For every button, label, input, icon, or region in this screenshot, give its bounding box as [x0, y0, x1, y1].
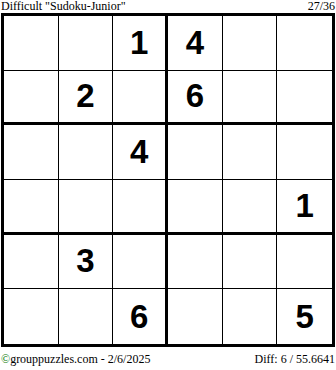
cell-r2c1-empty[interactable]	[4, 71, 59, 126]
cell-r6c3-given[interactable]: 6	[113, 289, 168, 344]
cell-r5c1-empty[interactable]	[4, 235, 59, 290]
cell-r2c5-empty[interactable]	[223, 71, 278, 126]
cell-r4c6-given[interactable]: 1	[277, 180, 332, 235]
cell-r2c3-empty[interactable]	[113, 71, 168, 126]
cell-r6c1-empty[interactable]	[4, 289, 59, 344]
cell-r1c4-given[interactable]: 4	[168, 16, 223, 71]
header: Difficult "Sudoku-Junior" 27/36	[0, 0, 336, 13]
cell-r1c5-empty[interactable]	[223, 16, 278, 71]
cell-r4c2-empty[interactable]	[59, 180, 114, 235]
cell-r4c5-empty[interactable]	[223, 180, 278, 235]
cell-r4c1-empty[interactable]	[4, 180, 59, 235]
puzzle-title: Difficult "Sudoku-Junior"	[1, 0, 126, 13]
cell-r5c2-given[interactable]: 3	[59, 235, 114, 290]
footer-left: ©grouppuzzles.com - 2/6/2025	[1, 352, 150, 366]
cell-r1c6-empty[interactable]	[277, 16, 332, 71]
cell-r5c6-empty[interactable]	[277, 235, 332, 290]
cell-r5c5-empty[interactable]	[223, 235, 278, 290]
progress-counter: 27/36	[308, 0, 335, 13]
cell-r2c2-given[interactable]: 2	[59, 71, 114, 126]
cell-r3c6-empty[interactable]	[277, 125, 332, 180]
board: 142641365	[1, 13, 335, 347]
cell-r3c4-empty[interactable]	[168, 125, 223, 180]
puzzle-page: Difficult "Sudoku-Junior" 27/36 14264136…	[0, 0, 336, 370]
cell-r3c5-empty[interactable]	[223, 125, 278, 180]
cell-r1c3-given[interactable]: 1	[113, 16, 168, 71]
cell-r2c6-empty[interactable]	[277, 71, 332, 126]
cell-r6c4-empty[interactable]	[168, 289, 223, 344]
site-and-date: grouppuzzles.com - 2/6/2025	[10, 352, 150, 366]
cell-r6c6-given[interactable]: 5	[277, 289, 332, 344]
cell-r5c3-empty[interactable]	[113, 235, 168, 290]
cell-r3c3-given[interactable]: 4	[113, 125, 168, 180]
cell-r3c1-empty[interactable]	[4, 125, 59, 180]
cell-r4c4-empty[interactable]	[168, 180, 223, 235]
cell-r2c4-given[interactable]: 6	[168, 71, 223, 126]
cell-r6c2-empty[interactable]	[59, 289, 114, 344]
copyright-icon: ©	[1, 352, 10, 366]
cell-r3c2-empty[interactable]	[59, 125, 114, 180]
difficulty-label: Diff: 6 / 55.6641	[255, 352, 335, 366]
cell-r4c3-empty[interactable]	[113, 180, 168, 235]
cell-r1c1-empty[interactable]	[4, 16, 59, 71]
cell-r6c5-empty[interactable]	[223, 289, 278, 344]
cell-r5c4-empty[interactable]	[168, 235, 223, 290]
cell-r1c2-empty[interactable]	[59, 16, 114, 71]
footer: ©grouppuzzles.com - 2/6/2025 Diff: 6 / 5…	[0, 344, 336, 370]
